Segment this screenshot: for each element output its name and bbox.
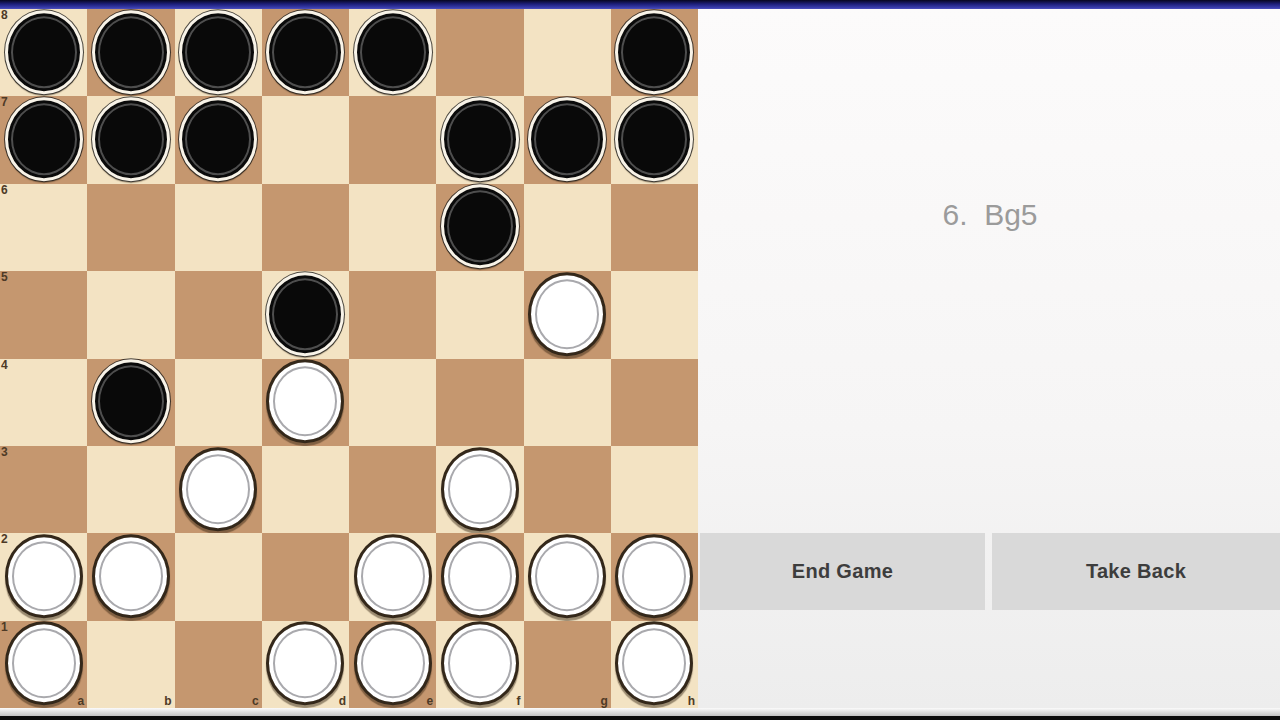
square-e3[interactable] xyxy=(349,446,436,533)
end-game-button[interactable]: End Game xyxy=(700,533,985,610)
board: 87654321abcdefgh xyxy=(0,9,698,708)
white-piece-a2[interactable] xyxy=(5,534,83,618)
square-g2[interactable] xyxy=(524,533,611,620)
square-c2[interactable] xyxy=(175,533,262,620)
square-c1[interactable]: c xyxy=(175,621,262,708)
file-label-c: c xyxy=(252,695,259,707)
white-piece-e2[interactable] xyxy=(354,534,432,618)
white-piece-g2[interactable] xyxy=(528,534,606,618)
square-c4[interactable] xyxy=(175,359,262,446)
square-a5[interactable]: 5 xyxy=(0,271,87,358)
square-a4[interactable]: 4 xyxy=(0,359,87,446)
rank-label-6: 6 xyxy=(1,184,8,196)
white-piece-d1[interactable] xyxy=(266,621,344,705)
black-piece-f6[interactable] xyxy=(441,185,519,269)
square-d2[interactable] xyxy=(262,533,349,620)
rank-label-8: 8 xyxy=(1,9,8,21)
rank-label-7: 7 xyxy=(1,96,8,108)
white-piece-b2[interactable] xyxy=(92,534,170,618)
square-f6[interactable] xyxy=(436,184,523,271)
square-b6[interactable] xyxy=(87,184,174,271)
square-d6[interactable] xyxy=(262,184,349,271)
square-c6[interactable] xyxy=(175,184,262,271)
square-g1[interactable]: g xyxy=(524,621,611,708)
square-b3[interactable] xyxy=(87,446,174,533)
white-piece-c3[interactable] xyxy=(179,447,257,531)
file-label-b: b xyxy=(164,695,171,707)
square-a3[interactable]: 3 xyxy=(0,446,87,533)
move-notation: 6. Bg5 xyxy=(699,198,1280,232)
square-e5[interactable] xyxy=(349,271,436,358)
file-label-a: a xyxy=(78,695,85,707)
black-piece-d8[interactable] xyxy=(266,10,344,94)
square-h1[interactable]: h xyxy=(611,621,698,708)
square-d1[interactable]: d xyxy=(262,621,349,708)
black-piece-e8[interactable] xyxy=(354,10,432,94)
square-e8[interactable] xyxy=(349,9,436,96)
square-c8[interactable] xyxy=(175,9,262,96)
white-piece-a1[interactable] xyxy=(5,621,83,705)
white-piece-f3[interactable] xyxy=(441,447,519,531)
black-piece-d5[interactable] xyxy=(266,272,344,356)
square-h3[interactable] xyxy=(611,446,698,533)
black-piece-b8[interactable] xyxy=(92,10,170,94)
square-f2[interactable] xyxy=(436,533,523,620)
bottom-gradient-strip xyxy=(0,708,1280,716)
square-c3[interactable] xyxy=(175,446,262,533)
rank-label-1: 1 xyxy=(1,621,8,633)
square-f7[interactable] xyxy=(436,96,523,183)
square-b1[interactable]: b xyxy=(87,621,174,708)
square-a8[interactable]: 8 xyxy=(0,9,87,96)
black-piece-b7[interactable] xyxy=(92,97,170,181)
square-h4[interactable] xyxy=(611,359,698,446)
square-e1[interactable]: e xyxy=(349,621,436,708)
square-a7[interactable]: 7 xyxy=(0,96,87,183)
white-piece-f1[interactable] xyxy=(441,621,519,705)
square-d7[interactable] xyxy=(262,96,349,183)
square-f4[interactable] xyxy=(436,359,523,446)
white-piece-h1[interactable] xyxy=(615,621,693,705)
square-a1[interactable]: 1a xyxy=(0,621,87,708)
square-b7[interactable] xyxy=(87,96,174,183)
top-title-bar xyxy=(0,0,1280,9)
square-c7[interactable] xyxy=(175,96,262,183)
square-b4[interactable] xyxy=(87,359,174,446)
take-back-button[interactable]: Take Back xyxy=(992,533,1280,610)
black-piece-g7[interactable] xyxy=(528,97,606,181)
square-g3[interactable] xyxy=(524,446,611,533)
square-e4[interactable] xyxy=(349,359,436,446)
file-label-h: h xyxy=(688,695,695,707)
square-b5[interactable] xyxy=(87,271,174,358)
bottom-bar xyxy=(0,716,1280,720)
app-window: 87654321abcdefgh 6. Bg5 End Game Take Ba… xyxy=(0,0,1280,720)
rank-label-3: 3 xyxy=(1,446,8,458)
square-f8[interactable] xyxy=(436,9,523,96)
square-h5[interactable] xyxy=(611,271,698,358)
square-c5[interactable] xyxy=(175,271,262,358)
black-piece-c8[interactable] xyxy=(179,10,257,94)
square-h2[interactable] xyxy=(611,533,698,620)
square-f3[interactable] xyxy=(436,446,523,533)
black-piece-h8[interactable] xyxy=(615,10,693,94)
square-f5[interactable] xyxy=(436,271,523,358)
black-piece-a7[interactable] xyxy=(5,97,83,181)
white-piece-g5[interactable] xyxy=(528,272,606,356)
white-piece-d4[interactable] xyxy=(266,359,344,443)
square-e6[interactable] xyxy=(349,184,436,271)
square-f1[interactable]: f xyxy=(436,621,523,708)
square-g7[interactable] xyxy=(524,96,611,183)
black-piece-a8[interactable] xyxy=(5,10,83,94)
file-label-e: e xyxy=(427,695,434,707)
rank-label-5: 5 xyxy=(1,271,8,283)
square-e7[interactable] xyxy=(349,96,436,183)
file-label-g: g xyxy=(600,695,607,707)
square-b2[interactable] xyxy=(87,533,174,620)
black-piece-f7[interactable] xyxy=(441,97,519,181)
square-a6[interactable]: 6 xyxy=(0,184,87,271)
black-piece-b4[interactable] xyxy=(92,359,170,443)
square-a2[interactable]: 2 xyxy=(0,533,87,620)
square-h7[interactable] xyxy=(611,96,698,183)
square-d4[interactable] xyxy=(262,359,349,446)
black-piece-h7[interactable] xyxy=(615,97,693,181)
black-piece-c7[interactable] xyxy=(179,97,257,181)
square-e2[interactable] xyxy=(349,533,436,620)
square-b8[interactable] xyxy=(87,9,174,96)
file-label-f: f xyxy=(517,695,521,707)
square-g4[interactable] xyxy=(524,359,611,446)
square-d3[interactable] xyxy=(262,446,349,533)
white-piece-h2[interactable] xyxy=(615,534,693,618)
rank-label-4: 4 xyxy=(1,359,8,371)
square-h8[interactable] xyxy=(611,9,698,96)
white-piece-f2[interactable] xyxy=(441,534,519,618)
square-g5[interactable] xyxy=(524,271,611,358)
square-d8[interactable] xyxy=(262,9,349,96)
square-g8[interactable] xyxy=(524,9,611,96)
square-h6[interactable] xyxy=(611,184,698,271)
file-label-d: d xyxy=(339,695,346,707)
rank-label-2: 2 xyxy=(1,533,8,545)
square-d5[interactable] xyxy=(262,271,349,358)
white-piece-e1[interactable] xyxy=(354,621,432,705)
square-g6[interactable] xyxy=(524,184,611,271)
